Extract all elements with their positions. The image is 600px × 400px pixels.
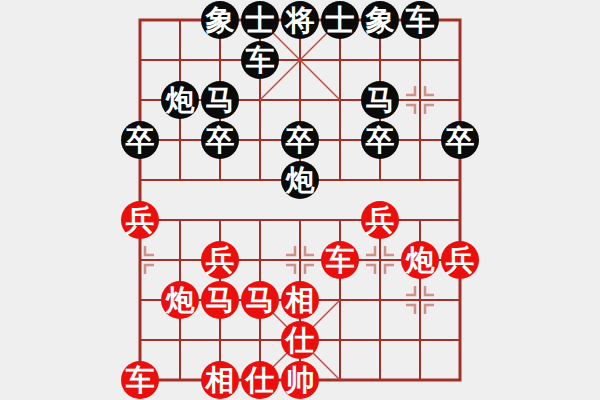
black-horse-piece[interactable]: 马 xyxy=(361,81,399,119)
black-soldier-piece[interactable]: 卒 xyxy=(201,121,239,159)
black-cannon-piece[interactable]: 炮 xyxy=(161,81,199,119)
black-chariot-piece[interactable]: 车 xyxy=(241,41,279,79)
black-elephant-piece[interactable]: 象 xyxy=(201,1,239,39)
red-horse-piece[interactable]: 马 xyxy=(241,281,279,319)
red-cannon-piece[interactable]: 炮 xyxy=(161,281,199,319)
black-chariot-piece[interactable]: 车 xyxy=(401,1,439,39)
black-soldier-piece[interactable]: 卒 xyxy=(281,121,319,159)
black-soldier-piece[interactable]: 卒 xyxy=(121,121,159,159)
red-elephant-piece[interactable]: 相 xyxy=(281,281,319,319)
black-advisor-piece[interactable]: 士 xyxy=(321,1,359,39)
xiangqi-board: 象士将士象车车炮马马卒卒卒卒卒炮兵兵兵车炮兵炮马马相仕车相仕帅 xyxy=(0,0,600,400)
red-horse-piece[interactable]: 马 xyxy=(201,281,239,319)
red-advisor-piece[interactable]: 仕 xyxy=(241,361,279,399)
red-soldier-piece[interactable]: 兵 xyxy=(441,241,479,279)
black-soldier-piece[interactable]: 卒 xyxy=(361,121,399,159)
red-general-piece[interactable]: 帅 xyxy=(281,361,319,399)
black-horse-piece[interactable]: 马 xyxy=(201,81,239,119)
red-chariot-piece[interactable]: 车 xyxy=(321,241,359,279)
black-general-piece[interactable]: 将 xyxy=(281,1,319,39)
black-cannon-piece[interactable]: 炮 xyxy=(281,161,319,199)
red-advisor-piece[interactable]: 仕 xyxy=(281,321,319,359)
black-advisor-piece[interactable]: 士 xyxy=(241,1,279,39)
red-elephant-piece[interactable]: 相 xyxy=(201,361,239,399)
black-elephant-piece[interactable]: 象 xyxy=(361,1,399,39)
red-chariot-piece[interactable]: 车 xyxy=(121,361,159,399)
red-soldier-piece[interactable]: 兵 xyxy=(121,201,159,239)
red-cannon-piece[interactable]: 炮 xyxy=(401,241,439,279)
pieces-grid: 象士将士象车车炮马马卒卒卒卒卒炮兵兵兵车炮兵炮马马相仕车相仕帅 xyxy=(120,0,480,400)
red-soldier-piece[interactable]: 兵 xyxy=(201,241,239,279)
red-soldier-piece[interactable]: 兵 xyxy=(361,201,399,239)
black-soldier-piece[interactable]: 卒 xyxy=(441,121,479,159)
